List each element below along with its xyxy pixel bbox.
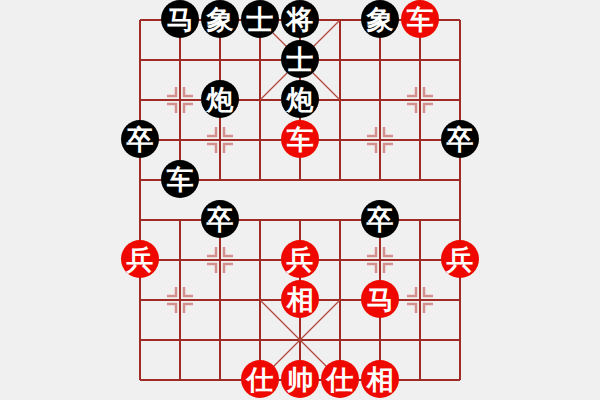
piece-black-cannon[interactable]: 炮 <box>281 80 319 118</box>
piece-black-advisor[interactable]: 士 <box>241 0 279 38</box>
piece-red-horse[interactable]: 马 <box>361 280 399 318</box>
piece-black-advisor[interactable]: 士 <box>281 40 319 78</box>
piece-red-advisor[interactable]: 仕 <box>241 360 279 398</box>
piece-red-chariot[interactable]: 车 <box>281 120 319 158</box>
piece-red-elephant[interactable]: 相 <box>281 280 319 318</box>
piece-red-chariot[interactable]: 车 <box>401 0 439 38</box>
piece-red-pawn[interactable]: 兵 <box>441 240 479 278</box>
piece-red-pawn[interactable]: 兵 <box>121 240 159 278</box>
piece-red-advisor[interactable]: 仕 <box>321 360 359 398</box>
piece-red-general[interactable]: 帅 <box>281 360 319 398</box>
piece-layer: 马象士将象车士炮炮卒车卒车卒卒兵兵兵相马仕帅仕相 <box>120 0 480 400</box>
piece-black-pawn[interactable]: 卒 <box>201 200 239 238</box>
piece-black-general[interactable]: 将 <box>281 0 319 38</box>
piece-red-pawn[interactable]: 兵 <box>281 240 319 278</box>
piece-black-pawn[interactable]: 卒 <box>121 120 159 158</box>
xiangqi-board: 马象士将象车士炮炮卒车卒车卒卒兵兵兵相马仕帅仕相 <box>0 0 600 400</box>
piece-black-horse[interactable]: 马 <box>161 0 199 38</box>
piece-black-pawn[interactable]: 卒 <box>441 120 479 158</box>
piece-black-elephant[interactable]: 象 <box>201 0 239 38</box>
piece-black-chariot[interactable]: 车 <box>161 160 199 198</box>
piece-black-elephant[interactable]: 象 <box>361 0 399 38</box>
piece-black-cannon[interactable]: 炮 <box>201 80 239 118</box>
piece-red-elephant[interactable]: 相 <box>361 360 399 398</box>
piece-black-pawn[interactable]: 卒 <box>361 200 399 238</box>
